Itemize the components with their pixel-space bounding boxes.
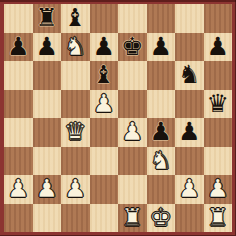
- white-rook-piece[interactable]: ♜: [207, 204, 229, 232]
- black-pawn-piece[interactable]: ♟: [207, 33, 229, 61]
- square-f7[interactable]: ♟: [147, 33, 176, 62]
- black-pawn-piece[interactable]: ♟: [93, 33, 115, 61]
- white-king-piece[interactable]: ♚: [150, 204, 172, 232]
- white-pawn-piece[interactable]: ♟: [121, 118, 143, 146]
- square-d2[interactable]: [90, 175, 119, 204]
- black-bishop-piece[interactable]: ♝: [93, 61, 115, 89]
- square-d4[interactable]: [90, 118, 119, 147]
- square-g7[interactable]: [175, 33, 204, 62]
- square-e3[interactable]: [118, 147, 147, 176]
- square-g8[interactable]: [175, 4, 204, 33]
- square-h7[interactable]: ♟: [204, 33, 233, 62]
- board-frame: ♜♝♟♟♞♟♚♟♟♝♞♟♛♛♟♟♟♞♟♟♟♟♟♜♚♜: [0, 0, 236, 236]
- square-g2[interactable]: ♟: [175, 175, 204, 204]
- square-h4[interactable]: [204, 118, 233, 147]
- square-c6[interactable]: [61, 61, 90, 90]
- white-knight-piece[interactable]: ♞: [64, 33, 86, 61]
- square-d1[interactable]: [90, 204, 119, 233]
- square-a5[interactable]: [4, 90, 33, 119]
- square-h6[interactable]: [204, 61, 233, 90]
- white-pawn-piece[interactable]: ♟: [64, 175, 86, 203]
- square-g6[interactable]: ♞: [175, 61, 204, 90]
- square-c8[interactable]: ♝: [61, 4, 90, 33]
- black-bishop-piece[interactable]: ♝: [64, 4, 86, 32]
- square-e8[interactable]: [118, 4, 147, 33]
- black-rook-piece[interactable]: ♜: [36, 4, 58, 32]
- black-pawn-piece[interactable]: ♟: [150, 33, 172, 61]
- square-d3[interactable]: [90, 147, 119, 176]
- square-b5[interactable]: [33, 90, 62, 119]
- black-queen-piece[interactable]: ♛: [207, 90, 229, 118]
- square-a3[interactable]: [4, 147, 33, 176]
- square-a8[interactable]: [4, 4, 33, 33]
- square-f4[interactable]: ♟: [147, 118, 176, 147]
- square-e2[interactable]: [118, 175, 147, 204]
- square-e1[interactable]: ♜: [118, 204, 147, 233]
- square-h3[interactable]: [204, 147, 233, 176]
- square-d5[interactable]: ♟: [90, 90, 119, 119]
- square-e4[interactable]: ♟: [118, 118, 147, 147]
- square-f3[interactable]: ♞: [147, 147, 176, 176]
- square-b4[interactable]: [33, 118, 62, 147]
- square-b6[interactable]: [33, 61, 62, 90]
- square-h1[interactable]: ♜: [204, 204, 233, 233]
- black-king-piece[interactable]: ♚: [121, 33, 143, 61]
- square-g1[interactable]: [175, 204, 204, 233]
- square-g5[interactable]: [175, 90, 204, 119]
- white-pawn-piece[interactable]: ♟: [93, 90, 115, 118]
- black-pawn-piece[interactable]: ♟: [7, 33, 29, 61]
- square-f2[interactable]: [147, 175, 176, 204]
- square-c4[interactable]: ♛: [61, 118, 90, 147]
- square-f5[interactable]: [147, 90, 176, 119]
- square-h5[interactable]: ♛: [204, 90, 233, 119]
- white-pawn-piece[interactable]: ♟: [207, 175, 229, 203]
- white-pawn-piece[interactable]: ♟: [36, 175, 58, 203]
- square-b1[interactable]: [33, 204, 62, 233]
- square-c5[interactable]: [61, 90, 90, 119]
- square-g4[interactable]: ♟: [175, 118, 204, 147]
- square-b7[interactable]: ♟: [33, 33, 62, 62]
- square-b8[interactable]: ♜: [33, 4, 62, 33]
- square-b3[interactable]: [33, 147, 62, 176]
- chess-board: ♜♝♟♟♞♟♚♟♟♝♞♟♛♛♟♟♟♞♟♟♟♟♟♜♚♜: [4, 4, 232, 232]
- square-a2[interactable]: ♟: [4, 175, 33, 204]
- square-c2[interactable]: ♟: [61, 175, 90, 204]
- black-pawn-piece[interactable]: ♟: [178, 118, 200, 146]
- square-c1[interactable]: [61, 204, 90, 233]
- white-pawn-piece[interactable]: ♟: [178, 175, 200, 203]
- square-c3[interactable]: [61, 147, 90, 176]
- square-h8[interactable]: [204, 4, 233, 33]
- square-d7[interactable]: ♟: [90, 33, 119, 62]
- white-rook-piece[interactable]: ♜: [121, 204, 143, 232]
- square-f8[interactable]: [147, 4, 176, 33]
- square-a6[interactable]: [4, 61, 33, 90]
- square-b2[interactable]: ♟: [33, 175, 62, 204]
- square-f6[interactable]: [147, 61, 176, 90]
- black-pawn-piece[interactable]: ♟: [36, 33, 58, 61]
- white-pawn-piece[interactable]: ♟: [7, 175, 29, 203]
- white-knight-piece[interactable]: ♞: [150, 147, 172, 175]
- white-queen-piece[interactable]: ♛: [64, 118, 86, 146]
- square-h2[interactable]: ♟: [204, 175, 233, 204]
- square-e6[interactable]: [118, 61, 147, 90]
- square-e5[interactable]: [118, 90, 147, 119]
- square-a4[interactable]: [4, 118, 33, 147]
- square-c7[interactable]: ♞: [61, 33, 90, 62]
- square-d8[interactable]: [90, 4, 119, 33]
- square-a1[interactable]: [4, 204, 33, 233]
- square-g3[interactable]: [175, 147, 204, 176]
- black-knight-piece[interactable]: ♞: [178, 61, 200, 89]
- square-d6[interactable]: ♝: [90, 61, 119, 90]
- square-a7[interactable]: ♟: [4, 33, 33, 62]
- black-pawn-piece[interactable]: ♟: [150, 118, 172, 146]
- square-e7[interactable]: ♚: [118, 33, 147, 62]
- square-f1[interactable]: ♚: [147, 204, 176, 233]
